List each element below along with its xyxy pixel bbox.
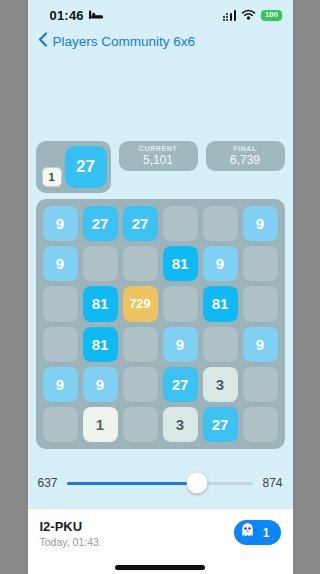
empty-cell-r2c6 [243,246,278,281]
empty-cell-r3c6 [243,286,278,321]
tile-81-r4c2: 81 [83,327,118,362]
tile-3-r5c5: 3 [203,367,238,402]
slider-thumb[interactable] [187,473,208,494]
final-score-box: FINAL 6,739 [206,141,285,171]
current-score-value: 5,101 [119,153,198,167]
status-right: 100 [223,6,282,24]
back-button-label[interactable]: Players Community 6x6 [53,34,196,49]
empty-cell-r6c1 [43,407,78,442]
tile-3-r6c4: 3 [163,407,198,442]
empty-cell-r2c3 [123,246,158,281]
empty-cell-r3c4 [163,286,198,321]
empty-cell-r6c3 [123,407,158,442]
app-screen: 01:46 [28,0,293,574]
current-score-label: CURRENT [119,145,198,152]
empty-cell-r4c1 [43,327,78,362]
empty-cell-r6c6 [243,407,278,442]
current-score-box: CURRENT 5,101 [119,141,198,171]
wifi-icon [241,6,256,24]
clock-time: 01:46 [50,8,84,23]
tile-81-r3c2: 81 [83,286,118,321]
tile-27-r6c5: 27 [203,407,238,442]
spectator-count: 1 [263,526,270,540]
tile-9-r5c2: 9 [83,367,118,402]
cellular-signal-icon [223,10,237,21]
tile-27-r5c4: 27 [163,367,198,402]
slider-fill [67,482,198,485]
preview-tile-large: 27 [65,146,107,188]
slider-min-label: 637 [38,476,58,490]
tile-27-r1c2: 27 [83,206,118,241]
tile-9-r1c6: 9 [243,206,278,241]
tile-81-r2c4: 81 [163,246,198,281]
empty-cell-r4c3 [123,327,158,362]
spectator-badge[interactable]: 1 [234,520,281,545]
tile-1-r6c2: 1 [83,407,118,442]
top-row: 27 1 CURRENT 5,101 FINAL 6,739 [36,141,285,193]
replay-slider-row: 637 874 [38,472,283,494]
back-chevron-icon[interactable] [38,32,48,51]
tile-9-r2c1: 9 [43,246,78,281]
empty-cell-r4c5 [203,327,238,362]
game-board[interactable]: 927279981981729818199992731327 [36,199,285,449]
tile-9-r2c5: 9 [203,246,238,281]
tile-9-r4c6: 9 [243,327,278,362]
slider-max-label: 874 [262,476,282,490]
empty-cell-r5c3 [123,367,158,402]
footer-bar: I2-PKU Today, 01:43 1 [28,508,293,574]
empty-cell-r3c1 [43,286,78,321]
empty-cell-r5c6 [243,367,278,402]
sleep-mode-bed-icon [89,6,103,24]
final-score-value: 6,739 [206,153,285,167]
tile-81-r3c5: 81 [203,286,238,321]
empty-cell-r1c5 [203,206,238,241]
home-indicator[interactable] [115,565,205,570]
replay-slider[interactable] [67,482,254,485]
empty-cell-r1c4 [163,206,198,241]
tile-9-r1c1: 9 [43,206,78,241]
ghost-icon [239,522,256,543]
battery-indicator: 100 [261,10,281,21]
next-tiles-preview: 27 1 [36,141,111,193]
tile-9-r5c1: 9 [43,367,78,402]
status-left: 01:46 [50,6,103,24]
nav-bar: Players Community 6x6 [28,28,293,54]
empty-cell-r2c2 [83,246,118,281]
tile-9-r4c4: 9 [163,327,198,362]
tile-729-r3c3: 729 [123,286,158,321]
final-score-label: FINAL [206,145,285,152]
status-bar: 01:46 [28,0,293,28]
preview-tile-small: 1 [42,167,62,187]
tile-27-r1c3: 27 [123,206,158,241]
